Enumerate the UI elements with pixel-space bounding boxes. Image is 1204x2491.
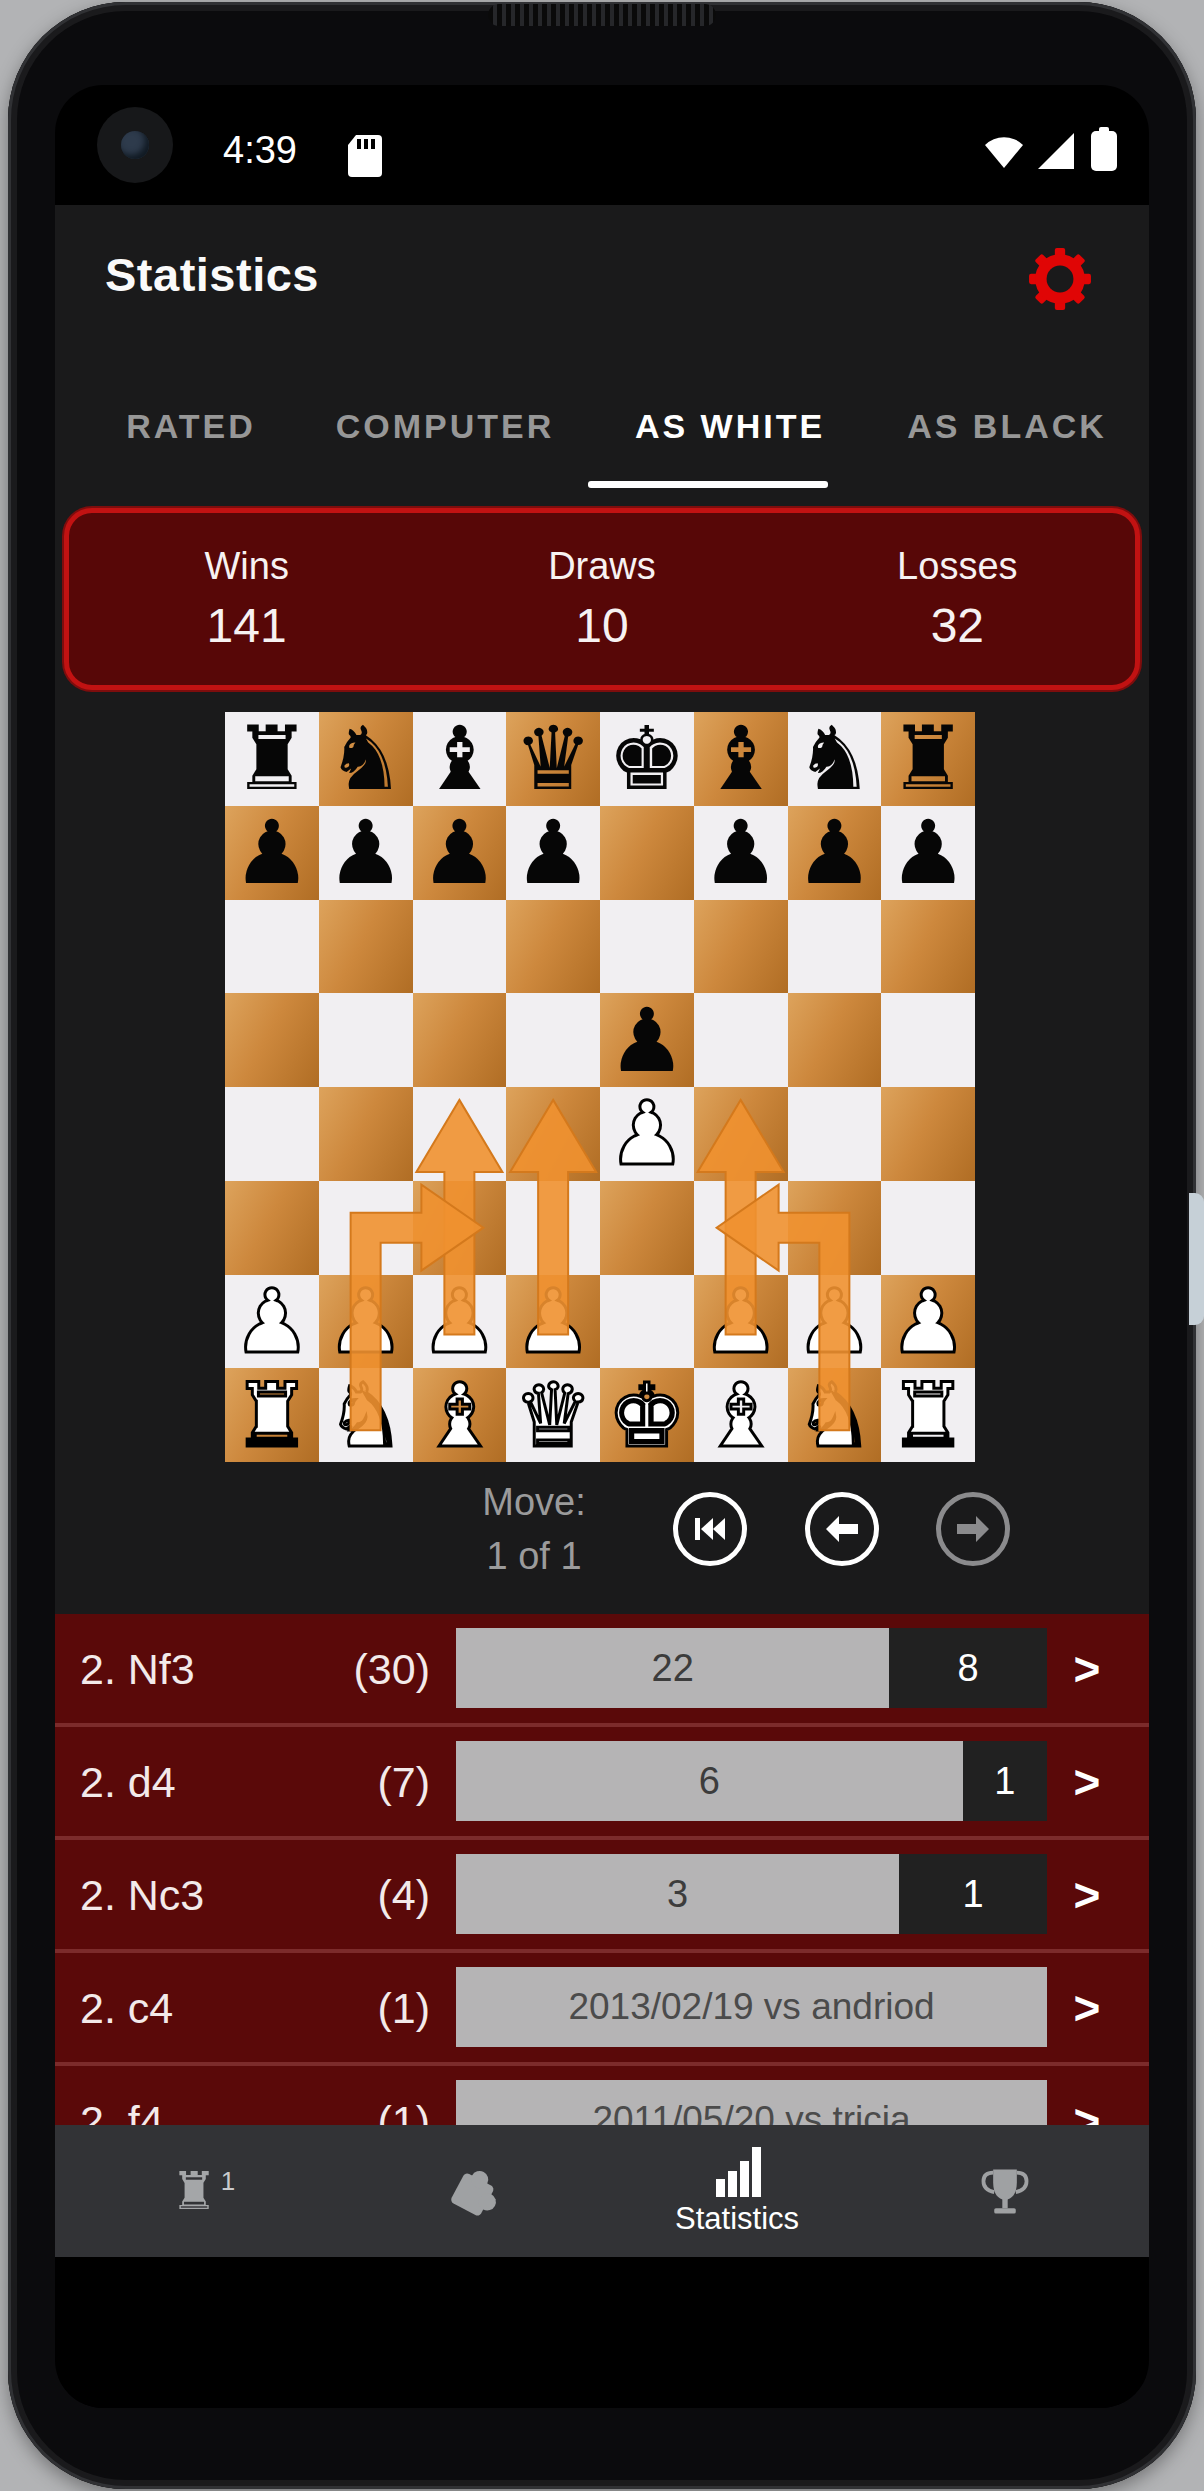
tab-as-black[interactable]: AS BLACK <box>896 407 1118 446</box>
badge-count: 1 <box>221 2153 235 2209</box>
move-counter-label: Move: <box>434 1481 634 1524</box>
active-tab-underline <box>588 481 828 488</box>
white-piece: ♜ <box>889 1369 968 1462</box>
bar-chart-icon <box>710 2145 764 2197</box>
black-piece: ♟ <box>607 994 686 1087</box>
move-label: 2. d4 <box>80 1757 176 1806</box>
move-label: 2. Nf3 <box>80 1644 195 1693</box>
result-bar: 2013/02/19 vs andriod <box>456 1967 1047 2047</box>
settings-button[interactable] <box>1028 247 1092 311</box>
square-g5[interactable] <box>788 993 882 1087</box>
square-g8[interactable]: ♞ <box>788 712 882 806</box>
app-surface: Statistics RATEDCOMPUTERAS WHITEAS BLACK <box>55 205 1149 2257</box>
wins-value: 141 <box>207 598 287 653</box>
white-piece: ♝ <box>420 1369 499 1462</box>
black-piece: ♟ <box>795 806 874 899</box>
white-piece: ♛ <box>514 1369 593 1462</box>
puzzle-icon <box>438 2153 514 2229</box>
chevron-right-icon[interactable]: > <box>1057 1868 1117 1922</box>
wins-label: Wins <box>204 545 288 588</box>
square-f8[interactable]: ♝ <box>694 712 788 806</box>
screen: 4:39 Statistics <box>55 85 1149 2408</box>
white-piece: ♞ <box>795 1369 874 1462</box>
square-h7[interactable]: ♟ <box>881 806 975 900</box>
white-piece: ♟ <box>232 1275 311 1368</box>
square-a1[interactable]: ♜ <box>225 1368 319 1462</box>
square-f6[interactable] <box>694 900 788 994</box>
chevron-right-icon[interactable]: > <box>1057 1642 1117 1696</box>
square-b8[interactable]: ♞ <box>319 712 413 806</box>
move-label: 2. Nc3 <box>80 1870 204 1919</box>
forward-arrow-icon <box>951 1507 995 1551</box>
game-count: (7) <box>275 1757 430 1806</box>
white-piece: ♝ <box>701 1369 780 1462</box>
camera-lens <box>121 131 149 159</box>
white-piece: ♟ <box>514 1275 593 1368</box>
game-count: (30) <box>275 1644 430 1693</box>
status-time: 4:39 <box>223 129 297 172</box>
square-a7[interactable]: ♟ <box>225 806 319 900</box>
wins-column: Wins 141 <box>69 513 424 685</box>
losses-label: Losses <box>897 545 1017 588</box>
square-c4[interactable] <box>413 1087 507 1181</box>
square-f4[interactable] <box>694 1087 788 1181</box>
black-piece: ♝ <box>701 712 780 805</box>
nav-item-awards[interactable] <box>935 2125 1075 2257</box>
game-date: 2013/02/19 vs andriod <box>456 1967 1047 2047</box>
wifi-icon <box>983 135 1025 173</box>
square-g1[interactable]: ♞ <box>788 1368 882 1462</box>
black-piece: ♞ <box>326 712 405 805</box>
gear-icon <box>1028 247 1092 311</box>
square-d4[interactable] <box>506 1087 600 1181</box>
wins-segment: 6 <box>456 1741 963 1821</box>
sd-card-icon <box>343 133 387 183</box>
square-d7[interactable]: ♟ <box>506 806 600 900</box>
cellular-signal-icon <box>1038 133 1076 173</box>
square-b2[interactable]: ♟ <box>319 1275 413 1369</box>
black-piece: ♝ <box>420 712 499 805</box>
back-arrow-icon <box>820 1507 864 1551</box>
square-e1[interactable]: ♚ <box>600 1368 694 1462</box>
square-e5[interactable]: ♟ <box>600 993 694 1087</box>
square-b4[interactable] <box>319 1087 413 1181</box>
wins-segment: 22 <box>456 1628 889 1708</box>
nav-item-statistics[interactable]: Statistics <box>667 2125 807 2257</box>
square-a4[interactable] <box>225 1087 319 1181</box>
losses-segment: 1 <box>963 1741 1047 1821</box>
black-piece: ♜ <box>889 712 968 805</box>
square-b1[interactable]: ♞ <box>319 1368 413 1462</box>
black-piece: ♟ <box>232 806 311 899</box>
result-bar: 61 <box>456 1741 1047 1821</box>
game-count: (1) <box>275 2096 430 2125</box>
black-piece: ♟ <box>326 806 405 899</box>
square-f1[interactable]: ♝ <box>694 1368 788 1462</box>
tab-rated[interactable]: RATED <box>126 407 256 446</box>
losses-segment: 8 <box>889 1628 1047 1708</box>
square-b3[interactable] <box>319 1181 413 1275</box>
black-piece: ♟ <box>701 806 780 899</box>
move-label: 2. f4 <box>80 2096 164 2125</box>
move-row-2c4[interactable]: 2. c4(1)2013/02/19 vs andriod> <box>55 1953 1149 2062</box>
square-d5[interactable] <box>506 993 600 1087</box>
tab-computer[interactable]: COMPUTER <box>334 407 556 446</box>
square-d2[interactable]: ♟ <box>506 1275 600 1369</box>
next-move-button[interactable] <box>936 1492 1010 1566</box>
square-e3[interactable] <box>600 1181 694 1275</box>
square-h3[interactable] <box>881 1181 975 1275</box>
square-e7[interactable] <box>600 806 694 900</box>
white-piece: ♟ <box>889 1275 968 1368</box>
square-f5[interactable] <box>694 993 788 1087</box>
white-piece: ♟ <box>795 1275 874 1368</box>
square-h8[interactable]: ♜ <box>881 712 975 806</box>
nav-item-puzzles[interactable] <box>406 2125 546 2257</box>
square-g4[interactable] <box>788 1087 882 1181</box>
black-piece: ♟ <box>889 806 968 899</box>
black-piece: ♛ <box>514 712 593 805</box>
square-b5[interactable] <box>319 993 413 1087</box>
move-row-2f4[interactable]: 2. f4(1)2011/05/20 vs tricia> <box>55 2066 1149 2125</box>
white-piece: ♟ <box>701 1275 780 1368</box>
trophy-icon <box>977 2163 1033 2219</box>
square-a3[interactable] <box>225 1181 319 1275</box>
result-bar: 2011/05/20 vs tricia <box>456 2080 1047 2125</box>
square-c1[interactable]: ♝ <box>413 1368 507 1462</box>
square-a8[interactable]: ♜ <box>225 712 319 806</box>
previous-move-button[interactable] <box>805 1492 879 1566</box>
square-c7[interactable]: ♟ <box>413 806 507 900</box>
square-e8[interactable]: ♚ <box>600 712 694 806</box>
losses-value: 32 <box>931 598 984 653</box>
square-f3[interactable] <box>694 1181 788 1275</box>
android-nav-bar <box>55 2377 1149 2408</box>
result-bar: 228 <box>456 1628 1047 1708</box>
move-list: 2. Nf3(30)228>2. d4(7)61>2. Nc3(4)31>2. … <box>55 1614 1149 2125</box>
move-counter-value: 1 of 1 <box>434 1535 634 1578</box>
chevron-right-icon[interactable]: > <box>1057 1981 1117 2035</box>
square-g7[interactable]: ♟ <box>788 806 882 900</box>
black-piece: ♜ <box>232 712 311 805</box>
draws-label: Draws <box>548 545 656 588</box>
draws-value: 10 <box>575 598 628 653</box>
wins-segment: 3 <box>456 1854 899 1934</box>
square-c6[interactable] <box>413 900 507 994</box>
white-piece: ♟ <box>326 1275 405 1368</box>
battery-icon <box>1091 127 1117 175</box>
move-row-2Nc3[interactable]: 2. Nc3(4)31> <box>55 1840 1149 1949</box>
screenshot-root: { "device": { "time": "4:39", "status_ic… <box>0 0 1204 2491</box>
rook-icon: ♜1 <box>171 2163 218 2219</box>
bottom-nav-bar: ♜1 Statistics <box>55 2125 1149 2257</box>
nav-item-label: Statistics <box>675 2201 799 2237</box>
black-piece: ♞ <box>795 712 874 805</box>
white-piece: ♟ <box>420 1275 499 1368</box>
game-count: (1) <box>275 1983 430 2032</box>
white-piece: ♚ <box>607 1369 686 1462</box>
game-count: (4) <box>275 1870 430 1919</box>
skip-to-start-icon <box>688 1507 732 1551</box>
square-g6[interactable] <box>788 900 882 994</box>
power-button[interactable] <box>1189 1193 1204 1325</box>
square-h1[interactable]: ♜ <box>881 1368 975 1462</box>
square-a2[interactable]: ♟ <box>225 1275 319 1369</box>
square-d6[interactable] <box>506 900 600 994</box>
square-d8[interactable]: ♛ <box>506 712 600 806</box>
draws-column: Draws 10 <box>424 513 779 685</box>
square-e4[interactable]: ♟ <box>600 1087 694 1181</box>
game-date: 2011/05/20 vs tricia <box>456 2080 1047 2125</box>
front-camera <box>97 107 173 183</box>
square-a6[interactable] <box>225 900 319 994</box>
square-c2[interactable]: ♟ <box>413 1275 507 1369</box>
skip-to-start-button[interactable] <box>673 1492 747 1566</box>
move-row-2d4[interactable]: 2. d4(7)61> <box>55 1727 1149 1836</box>
square-c3[interactable] <box>413 1181 507 1275</box>
square-f2[interactable]: ♟ <box>694 1275 788 1369</box>
move-label: 2. c4 <box>80 1983 173 2032</box>
square-c8[interactable]: ♝ <box>413 712 507 806</box>
square-h4[interactable] <box>881 1087 975 1181</box>
losses-column: Losses 32 <box>780 513 1135 685</box>
white-piece: ♞ <box>326 1369 405 1462</box>
square-h6[interactable] <box>881 900 975 994</box>
square-e6[interactable] <box>600 900 694 994</box>
square-a5[interactable] <box>225 993 319 1087</box>
square-b7[interactable]: ♟ <box>319 806 413 900</box>
white-piece: ♜ <box>232 1369 311 1462</box>
chess-board: ♜♞♝♛♚♝♞♜♟♟♟♟♟♟♟♟♟♟♟♟♟♟♟♟♜♞♝♛♚♝♞♜ <box>225 712 975 1462</box>
white-piece: ♟ <box>607 1087 686 1180</box>
square-h5[interactable] <box>881 993 975 1087</box>
square-e2[interactable] <box>600 1275 694 1369</box>
square-g3[interactable] <box>788 1181 882 1275</box>
black-piece: ♟ <box>420 806 499 899</box>
nav-item-play[interactable]: ♜1 <box>124 2125 264 2257</box>
square-b6[interactable] <box>319 900 413 994</box>
page-title: Statistics <box>105 247 319 302</box>
black-piece: ♚ <box>607 712 686 805</box>
square-d1[interactable]: ♛ <box>506 1368 600 1462</box>
speaker-grille <box>488 4 716 26</box>
black-piece: ♟ <box>514 806 593 899</box>
square-d3[interactable] <box>506 1181 600 1275</box>
square-c5[interactable] <box>413 993 507 1087</box>
square-g2[interactable]: ♟ <box>788 1275 882 1369</box>
move-row-2Nf3[interactable]: 2. Nf3(30)228> <box>55 1614 1149 1723</box>
square-h2[interactable]: ♟ <box>881 1275 975 1369</box>
square-f7[interactable]: ♟ <box>694 806 788 900</box>
summary-card: Wins 141 Draws 10 Losses 32 <box>64 508 1140 690</box>
chevron-right-icon[interactable]: > <box>1057 2094 1117 2126</box>
tab-as-white[interactable]: AS WHITE <box>619 407 841 446</box>
chevron-right-icon[interactable]: > <box>1057 1755 1117 1809</box>
losses-segment: 1 <box>899 1854 1047 1934</box>
result-bar: 31 <box>456 1854 1047 1934</box>
